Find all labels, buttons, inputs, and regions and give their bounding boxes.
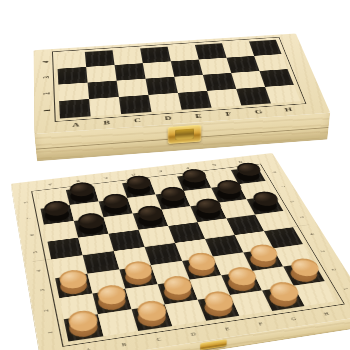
checker-light-c3[interactable]: ● (123, 260, 154, 279)
right-rank-5: 5 (286, 212, 319, 223)
open-board-top-face: ●●●●●●●●●●●●●●●●●●●●●●●● ABCDEFGH ABCDEF… (11, 153, 350, 350)
checker-light-a3[interactable]: ● (58, 269, 88, 288)
rank-label-3: 3 (31, 72, 60, 84)
file-label-a: A (60, 119, 92, 131)
right-rank-7: 7 (268, 182, 299, 192)
box-square-b2 (88, 81, 119, 99)
checker-dark-f6[interactable]: ● (194, 197, 223, 213)
far-file-a: A (35, 180, 65, 190)
left-rank-7: 7 (12, 213, 43, 224)
right-rank-1: 1 (328, 282, 350, 296)
box-square-d1 (148, 93, 181, 112)
product-photo: ABCDEFGH 4321 ●●●●●●●●●●●●●●●●●●●●●●●● A… (0, 0, 350, 350)
box-square-e1 (178, 91, 212, 110)
checker-dark-b6[interactable]: ● (77, 212, 105, 228)
far-file-g: G (199, 160, 229, 169)
box-square-h1 (265, 85, 300, 104)
left-rank-6: 6 (15, 229, 47, 241)
open-board-scene: ●●●●●●●●●●●●●●●●●●●●●●●● ABCDEFGH ABCDEF… (0, 148, 350, 350)
checker-light-f2[interactable]: ● (225, 266, 258, 285)
rank-label-1: 1 (32, 104, 63, 117)
left-rank-3: 3 (24, 284, 59, 298)
square-e1[interactable]: ● (198, 295, 240, 321)
checker-dark-a7[interactable]: ● (43, 200, 70, 216)
file-label-b: B (91, 117, 123, 129)
square-b6[interactable]: ● (74, 217, 109, 237)
closed-box-scene: ABCDEFGH 4321 (0, 0, 350, 160)
box-square-c1 (119, 95, 152, 114)
far-file-e: E (146, 167, 176, 176)
file-label-c: C (121, 114, 153, 126)
checker-light-d2[interactable]: ● (161, 274, 193, 294)
square-a6[interactable] (44, 221, 78, 242)
left-rank-2: 2 (27, 304, 63, 318)
box-square-g1 (236, 87, 271, 106)
file-label-f: F (212, 108, 245, 120)
left-rank-4: 4 (21, 264, 55, 277)
checker-light-h2[interactable]: ● (288, 257, 322, 276)
left-rank-8: 8 (10, 197, 41, 208)
far-file-c: C (91, 173, 121, 183)
checker-light-g3[interactable]: ● (248, 243, 280, 261)
right-rank-6: 6 (276, 196, 308, 206)
near-file-b: B (105, 337, 143, 350)
box-square-b3 (86, 65, 116, 83)
square-b5[interactable] (78, 234, 114, 256)
square-e5[interactable] (168, 222, 205, 243)
file-label-h: H (272, 104, 305, 116)
closed-box-rank-labels: 4321 (37, 54, 57, 120)
box-square-c3 (115, 63, 146, 80)
square-a1[interactable]: ● (64, 314, 104, 341)
square-a7[interactable]: ● (41, 205, 74, 225)
checker-dark-h6[interactable]: ● (251, 190, 281, 205)
brass-clasp[interactable] (168, 125, 202, 144)
right-rank-8: 8 (259, 168, 289, 178)
rank-label-4: 4 (31, 56, 60, 67)
rank-label-2: 2 (31, 87, 61, 99)
checker-light-b2[interactable]: ● (96, 284, 128, 304)
checker-dark-c7[interactable]: ● (102, 193, 130, 208)
checker-dark-d6[interactable]: ● (136, 205, 165, 221)
box-square-e3 (171, 60, 203, 77)
near-file-a: A (70, 342, 108, 350)
box-square-d3 (143, 61, 174, 78)
checker-light-c1[interactable]: ● (135, 299, 168, 320)
file-label-e: E (182, 110, 215, 122)
right-rank-4: 4 (295, 228, 329, 240)
checker-dark-e7[interactable]: ● (159, 186, 187, 201)
open-board: ●●●●●●●●●●●●●●●●●●●●●●●● ABCDEFGH ABCDEF… (11, 153, 350, 350)
square-c1[interactable]: ● (132, 304, 173, 331)
brass-clasp-half[interactable] (200, 339, 227, 350)
box-square-a1 (59, 99, 91, 118)
left-rank-5: 5 (18, 246, 51, 258)
box-square-b1 (89, 97, 121, 116)
checker-light-a1[interactable]: ● (67, 309, 99, 331)
file-label-g: G (242, 106, 275, 118)
checker-dark-g7[interactable]: ● (215, 179, 244, 194)
checker-light-e3[interactable]: ● (186, 251, 218, 270)
closed-box-top-face: ABCDEFGH 4321 (34, 33, 331, 134)
closed-box: ABCDEFGH 4321 (34, 33, 331, 134)
file-label-d: D (152, 112, 184, 124)
checker-light-e1[interactable]: ● (202, 290, 236, 311)
square-a5[interactable] (47, 238, 82, 260)
box-square-c4 (113, 48, 143, 65)
checker-light-g1[interactable]: ● (267, 281, 302, 301)
